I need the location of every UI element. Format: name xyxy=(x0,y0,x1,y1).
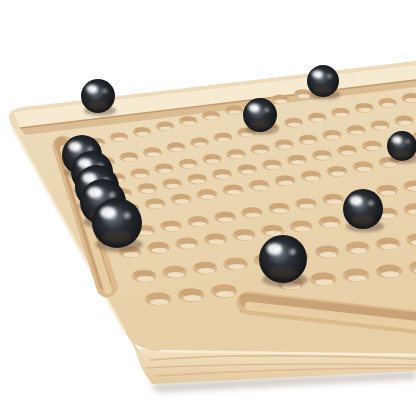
marble-highlight-2 xyxy=(327,74,331,78)
marble-highlight-2 xyxy=(87,146,92,151)
board-photo-scene xyxy=(0,0,416,416)
black-marble[interactable] xyxy=(307,65,340,100)
marble-highlight xyxy=(349,196,362,206)
wooden-board xyxy=(0,0,416,416)
marble-wood-reflection xyxy=(88,101,108,110)
marble-highlight-2 xyxy=(124,212,131,219)
marble-wood-reflection xyxy=(393,150,410,158)
marble-wood-reflection xyxy=(351,215,374,225)
marble-wood-reflection xyxy=(250,120,270,129)
marble-highlight xyxy=(312,70,322,78)
marble-highlight xyxy=(100,207,116,219)
marble-highlight-2 xyxy=(406,140,410,144)
marble-highlight xyxy=(86,85,97,93)
marble-highlight xyxy=(68,142,81,152)
marble-highlight xyxy=(392,136,402,143)
marble-highlight-2 xyxy=(368,200,373,205)
marble-highlight xyxy=(248,104,259,112)
marble-wood-reflection xyxy=(314,86,333,94)
black-marble[interactable] xyxy=(387,131,416,163)
marble-highlight xyxy=(267,243,282,255)
marble-highlight-2 xyxy=(265,108,269,112)
black-marble[interactable] xyxy=(259,235,308,287)
black-marble[interactable] xyxy=(81,79,116,116)
marble-wood-reflection xyxy=(103,230,132,243)
black-marble[interactable] xyxy=(92,198,143,252)
marble-highlight-2 xyxy=(109,192,115,198)
marble-highlight-2 xyxy=(289,249,295,255)
marble-highlight-2 xyxy=(103,89,107,93)
marble-highlight xyxy=(87,187,102,198)
marble-wood-reflection xyxy=(269,266,297,278)
